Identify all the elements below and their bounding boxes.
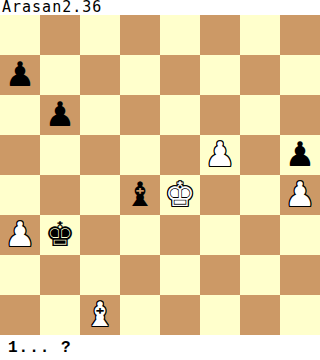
square-e1[interactable] <box>160 295 200 335</box>
square-g4[interactable] <box>240 175 280 215</box>
square-f7[interactable] <box>200 55 240 95</box>
white-pawn: ♟ <box>205 135 235 174</box>
white-king: ♚ <box>165 175 195 214</box>
white-pawn: ♟ <box>285 175 315 214</box>
square-a4[interactable] <box>0 175 40 215</box>
square-b8[interactable] <box>40 15 80 55</box>
engine-title: Arasan2.36 <box>2 0 102 15</box>
square-b1[interactable] <box>40 295 80 335</box>
square-e3[interactable] <box>160 215 200 255</box>
square-f6[interactable] <box>200 95 240 135</box>
square-c2[interactable] <box>80 255 120 295</box>
square-d2[interactable] <box>120 255 160 295</box>
square-b3[interactable]: ♚ <box>40 215 80 255</box>
square-h3[interactable] <box>280 215 320 255</box>
square-a6[interactable] <box>0 95 40 135</box>
square-f3[interactable] <box>200 215 240 255</box>
black-king: ♚ <box>45 215 75 254</box>
square-g7[interactable] <box>240 55 280 95</box>
square-b2[interactable] <box>40 255 80 295</box>
square-f4[interactable] <box>200 175 240 215</box>
square-g8[interactable] <box>240 15 280 55</box>
black-pawn: ♟ <box>285 135 315 174</box>
white-pawn: ♟ <box>5 215 35 254</box>
square-c7[interactable] <box>80 55 120 95</box>
square-h1[interactable] <box>280 295 320 335</box>
black-pawn: ♟ <box>45 95 75 134</box>
square-h5[interactable]: ♟ <box>280 135 320 175</box>
square-f8[interactable] <box>200 15 240 55</box>
chess-board: ♟♟♟♟♝♚♟♟♚♝ <box>0 15 320 335</box>
square-d7[interactable] <box>120 55 160 95</box>
square-a8[interactable] <box>0 15 40 55</box>
square-d3[interactable] <box>120 215 160 255</box>
square-g3[interactable] <box>240 215 280 255</box>
square-d4[interactable]: ♝ <box>120 175 160 215</box>
square-e4[interactable]: ♚ <box>160 175 200 215</box>
square-g1[interactable] <box>240 295 280 335</box>
square-g5[interactable] <box>240 135 280 175</box>
square-f1[interactable] <box>200 295 240 335</box>
square-f2[interactable] <box>200 255 240 295</box>
square-c8[interactable] <box>80 15 120 55</box>
square-a1[interactable] <box>0 295 40 335</box>
square-d8[interactable] <box>120 15 160 55</box>
square-h4[interactable]: ♟ <box>280 175 320 215</box>
white-bishop: ♝ <box>85 295 115 334</box>
square-h7[interactable] <box>280 55 320 95</box>
square-e5[interactable] <box>160 135 200 175</box>
black-pawn: ♟ <box>5 55 35 94</box>
square-h2[interactable] <box>280 255 320 295</box>
black-bishop: ♝ <box>125 175 155 214</box>
square-a3[interactable]: ♟ <box>0 215 40 255</box>
square-e2[interactable] <box>160 255 200 295</box>
chess-app-window: Arasan2.36 ♟♟♟♟♝♚♟♟♚♝ 1... ? <box>0 0 320 360</box>
square-c6[interactable] <box>80 95 120 135</box>
square-h8[interactable] <box>280 15 320 55</box>
square-a2[interactable] <box>0 255 40 295</box>
square-e8[interactable] <box>160 15 200 55</box>
square-f5[interactable]: ♟ <box>200 135 240 175</box>
square-c5[interactable] <box>80 135 120 175</box>
square-b5[interactable] <box>40 135 80 175</box>
square-b6[interactable]: ♟ <box>40 95 80 135</box>
square-h6[interactable] <box>280 95 320 135</box>
square-g6[interactable] <box>240 95 280 135</box>
square-b7[interactable] <box>40 55 80 95</box>
square-e6[interactable] <box>160 95 200 135</box>
square-b4[interactable] <box>40 175 80 215</box>
square-c3[interactable] <box>80 215 120 255</box>
square-d5[interactable] <box>120 135 160 175</box>
square-a5[interactable] <box>0 135 40 175</box>
square-a7[interactable]: ♟ <box>0 55 40 95</box>
square-e7[interactable] <box>160 55 200 95</box>
square-g2[interactable] <box>240 255 280 295</box>
square-d6[interactable] <box>120 95 160 135</box>
move-prompt: 1... ? <box>8 338 72 358</box>
square-d1[interactable] <box>120 295 160 335</box>
square-c4[interactable] <box>80 175 120 215</box>
square-c1[interactable]: ♝ <box>80 295 120 335</box>
